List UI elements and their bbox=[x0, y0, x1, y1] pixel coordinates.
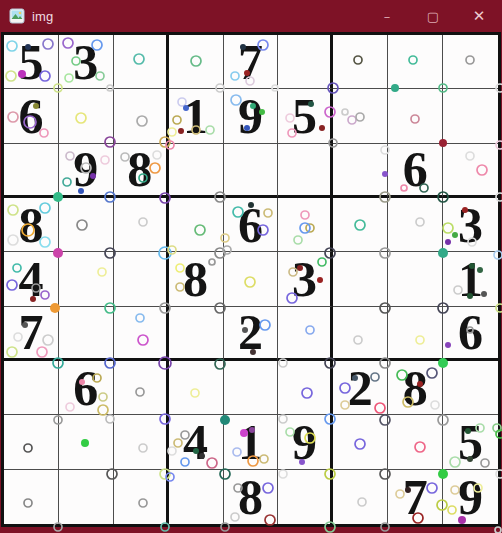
cell-r7c4 bbox=[169, 361, 224, 415]
close-button[interactable]: ✕ bbox=[456, 0, 502, 32]
cell-r8c5: 1 bbox=[224, 415, 279, 469]
cell-r1c4 bbox=[169, 35, 224, 89]
cell-r3c7 bbox=[333, 144, 388, 198]
cell-r1c6 bbox=[278, 35, 333, 89]
cell-r6c3 bbox=[114, 307, 169, 361]
cell-r3c3: 8 bbox=[114, 144, 169, 198]
titlebar[interactable]: img – ▢ ✕ bbox=[0, 0, 502, 32]
cell-r6c8 bbox=[388, 307, 443, 361]
cell-r3c5 bbox=[224, 144, 279, 198]
cell-r8c1 bbox=[4, 415, 59, 469]
cell-r9c8: 7 bbox=[388, 470, 443, 524]
cell-r5c1: 4 bbox=[4, 252, 59, 306]
cell-r2c9 bbox=[443, 89, 498, 143]
cell-r2c4: 1 bbox=[169, 89, 224, 143]
cell-r7c5 bbox=[224, 361, 279, 415]
cell-r7c8: 8 bbox=[388, 361, 443, 415]
window-border-bottom bbox=[0, 527, 502, 533]
cell-r5c4: 8 bbox=[169, 252, 224, 306]
cell-r7c2: 6 bbox=[59, 361, 114, 415]
cell-r2c8 bbox=[388, 89, 443, 143]
cell-r6c9: 6 bbox=[443, 307, 498, 361]
window-controls: – ▢ ✕ bbox=[364, 0, 502, 32]
cell-r6c7 bbox=[333, 307, 388, 361]
cell-r8c6: 9 bbox=[278, 415, 333, 469]
cell-r1c3 bbox=[114, 35, 169, 89]
cell-r7c9 bbox=[443, 361, 498, 415]
cell-r8c4: 4 bbox=[169, 415, 224, 469]
cell-r5c2 bbox=[59, 252, 114, 306]
cell-r5c3 bbox=[114, 252, 169, 306]
cell-r7c1 bbox=[4, 361, 59, 415]
cell-r3c2: 9 bbox=[59, 144, 114, 198]
cell-r8c8 bbox=[388, 415, 443, 469]
window-icon bbox=[9, 8, 25, 24]
cell-r5c8 bbox=[388, 252, 443, 306]
cell-r4c8 bbox=[388, 198, 443, 252]
cell-r6c5: 2 bbox=[224, 307, 279, 361]
cell-r2c1: 6 bbox=[4, 89, 59, 143]
cell-r2c5: 9 bbox=[224, 89, 279, 143]
cell-r4c2 bbox=[59, 198, 114, 252]
cell-r3c8: 6 bbox=[388, 144, 443, 198]
cell-r7c7: 2 bbox=[333, 361, 388, 415]
cell-r3c4 bbox=[169, 144, 224, 198]
cell-r8c3 bbox=[114, 415, 169, 469]
cell-r8c2 bbox=[59, 415, 114, 469]
cell-r8c9: 5 bbox=[443, 415, 498, 469]
sudoku-grid: 537619598686348317266284195879 bbox=[1, 32, 501, 527]
cell-r2c7 bbox=[333, 89, 388, 143]
cell-r9c9: 9 bbox=[443, 470, 498, 524]
cell-r6c4 bbox=[169, 307, 224, 361]
cell-r8c7 bbox=[333, 415, 388, 469]
cell-r6c2 bbox=[59, 307, 114, 361]
cell-r1c7 bbox=[333, 35, 388, 89]
cell-r5c9: 1 bbox=[443, 252, 498, 306]
cell-r2c6: 5 bbox=[278, 89, 333, 143]
cell-r3c9 bbox=[443, 144, 498, 198]
cell-r3c1 bbox=[4, 144, 59, 198]
cell-r4c4 bbox=[169, 198, 224, 252]
sudoku-board-area: 537619598686348317266284195879 bbox=[1, 32, 501, 527]
cell-r5c6: 3 bbox=[278, 252, 333, 306]
maximize-button[interactable]: ▢ bbox=[410, 0, 456, 32]
cell-r9c3 bbox=[114, 470, 169, 524]
cell-r1c9 bbox=[443, 35, 498, 89]
cell-r6c1: 7 bbox=[4, 307, 59, 361]
cell-r1c2: 3 bbox=[59, 35, 114, 89]
cell-r6c6 bbox=[278, 307, 333, 361]
cell-r4c6 bbox=[278, 198, 333, 252]
cell-r9c1 bbox=[4, 470, 59, 524]
window-title: img bbox=[32, 9, 364, 24]
cell-r1c1: 5 bbox=[4, 35, 59, 89]
app-window: img – ▢ ✕ 537619598686348317266284195879 bbox=[0, 0, 502, 533]
cell-r4c7 bbox=[333, 198, 388, 252]
cell-r7c6 bbox=[278, 361, 333, 415]
cell-r7c3 bbox=[114, 361, 169, 415]
cell-r1c5: 7 bbox=[224, 35, 279, 89]
cell-r1c8 bbox=[388, 35, 443, 89]
cell-r2c3 bbox=[114, 89, 169, 143]
cell-r9c5: 8 bbox=[224, 470, 279, 524]
cell-r4c9: 3 bbox=[443, 198, 498, 252]
cell-r9c6 bbox=[278, 470, 333, 524]
cell-r4c3 bbox=[114, 198, 169, 252]
cell-r4c5: 6 bbox=[224, 198, 279, 252]
cell-r5c5 bbox=[224, 252, 279, 306]
cell-r4c1: 8 bbox=[4, 198, 59, 252]
cell-r5c7 bbox=[333, 252, 388, 306]
cell-r9c4 bbox=[169, 470, 224, 524]
cell-r9c7 bbox=[333, 470, 388, 524]
minimize-button[interactable]: – bbox=[364, 0, 410, 32]
cell-r2c2 bbox=[59, 89, 114, 143]
cell-r9c2 bbox=[59, 470, 114, 524]
cell-r3c6 bbox=[278, 144, 333, 198]
